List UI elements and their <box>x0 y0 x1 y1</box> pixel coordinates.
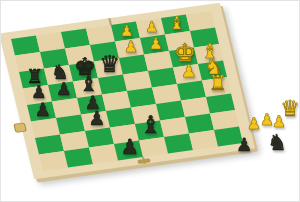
chess-board <box>0 3 255 180</box>
board-clasp <box>13 122 27 133</box>
board-square <box>114 141 143 161</box>
black-knight: ♞ <box>267 132 287 154</box>
board-square <box>89 144 118 164</box>
board-hinge <box>137 158 151 164</box>
yellow-pawn: ♟ <box>272 114 286 130</box>
board-square <box>214 127 243 147</box>
board-square <box>139 137 168 157</box>
chess-set-photo: ♟♟♝♟♟♚♝♟♞♜♜♞♚♛♟♟♝♟♟♟♝♟♛♟♟♟♟♞ <box>0 0 300 202</box>
board-square <box>164 134 193 154</box>
yellow-pawn: ♟ <box>260 112 274 128</box>
board-square <box>189 130 218 150</box>
yellow-queen: ♛ <box>280 98 300 120</box>
board-square <box>39 151 68 171</box>
board-square <box>64 148 93 168</box>
